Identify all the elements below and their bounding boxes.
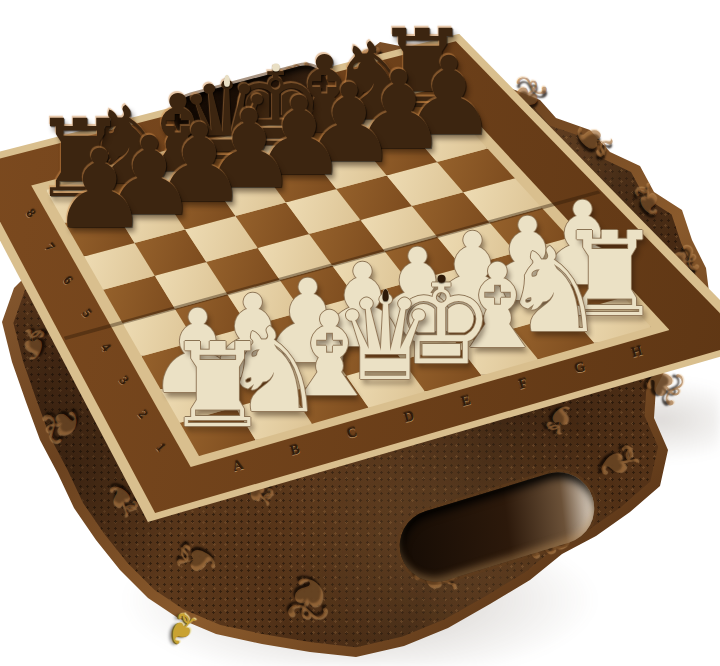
finial-ball (437, 274, 445, 282)
piece-white-rook-a1[interactable]: ♜ (165, 327, 270, 444)
finial-spire (382, 289, 388, 301)
product-photo: ❧❦☙❧❦☙❧❦☙❧❦❦❧❦❧❦☙❧❦☙❧☙ ABCDEFGH12345678 … (0, 0, 720, 666)
piece-black-pawn-a7[interactable]: ♟ (51, 137, 148, 246)
floral-ornament-icon: ❦ (280, 566, 336, 630)
